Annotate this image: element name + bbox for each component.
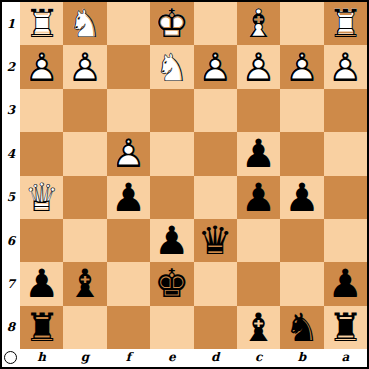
file-label-f: f [107, 349, 150, 365]
square-g5[interactable] [63, 176, 106, 219]
square-f6[interactable] [107, 219, 150, 262]
square-a3[interactable] [324, 89, 367, 132]
square-f3[interactable] [107, 89, 150, 132]
square-h5[interactable]: ♛♕ [20, 176, 63, 219]
square-d3[interactable] [194, 89, 237, 132]
square-b1[interactable] [280, 2, 323, 45]
square-a8[interactable]: ♜ [324, 306, 367, 349]
rank-label-7: 7 [2, 262, 20, 305]
square-e5[interactable] [150, 176, 193, 219]
file-label-e: e [150, 349, 193, 365]
file-labels: hgfedcba [20, 349, 367, 365]
black-pawn: ♟ [237, 176, 280, 219]
square-h1[interactable]: ♜♖ [20, 2, 63, 45]
square-c5[interactable]: ♟ [237, 176, 280, 219]
white-queen-fill: ♛ [20, 176, 63, 219]
chess-board: ♜♖♞♘♚♔♝♗♜♖♟♙♟♙♞♘♟♙♟♙♟♙♟♙♟♙♟♛♕♟♟♟♟♛♟♝♚♟♜♝… [20, 2, 367, 349]
square-c7[interactable] [237, 262, 280, 305]
square-g6[interactable] [63, 219, 106, 262]
white-knight: ♘ [63, 2, 106, 45]
square-c4[interactable]: ♟ [237, 132, 280, 175]
square-d5[interactable] [194, 176, 237, 219]
white-to-move-indicator [4, 351, 17, 364]
black-pawn: ♟ [20, 262, 63, 305]
square-g4[interactable] [63, 132, 106, 175]
white-knight: ♘ [150, 45, 193, 88]
white-queen: ♕ [20, 176, 63, 219]
white-pawn-fill: ♟ [280, 45, 323, 88]
file-label-d: d [194, 349, 237, 365]
white-pawn: ♙ [194, 45, 237, 88]
white-king: ♔ [150, 2, 193, 45]
file-label-h: h [20, 349, 63, 365]
square-e6[interactable]: ♟ [150, 219, 193, 262]
black-rook: ♜ [324, 306, 367, 349]
square-g8[interactable] [63, 306, 106, 349]
square-e1[interactable]: ♚♔ [150, 2, 193, 45]
square-h7[interactable]: ♟ [20, 262, 63, 305]
square-f5[interactable]: ♟ [107, 176, 150, 219]
white-king-fill: ♚ [150, 2, 193, 45]
black-knight: ♞ [280, 306, 323, 349]
white-bishop-fill: ♝ [237, 2, 280, 45]
square-d1[interactable] [194, 2, 237, 45]
square-h3[interactable] [20, 89, 63, 132]
white-pawn-fill: ♟ [194, 45, 237, 88]
square-c3[interactable] [237, 89, 280, 132]
square-d8[interactable] [194, 306, 237, 349]
square-d6[interactable]: ♛ [194, 219, 237, 262]
square-h8[interactable]: ♜ [20, 306, 63, 349]
square-f7[interactable] [107, 262, 150, 305]
square-d7[interactable] [194, 262, 237, 305]
file-label-b: b [280, 349, 323, 365]
black-pawn: ♟ [280, 176, 323, 219]
white-pawn-fill: ♟ [63, 45, 106, 88]
black-pawn: ♟ [107, 176, 150, 219]
rank-label-3: 3 [2, 89, 20, 132]
rank-label-4: 4 [2, 132, 20, 175]
square-g2[interactable]: ♟♙ [63, 45, 106, 88]
square-e8[interactable] [150, 306, 193, 349]
square-d2[interactable]: ♟♙ [194, 45, 237, 88]
white-pawn: ♙ [324, 45, 367, 88]
white-pawn-fill: ♟ [324, 45, 367, 88]
square-h2[interactable]: ♟♙ [20, 45, 63, 88]
square-h6[interactable] [20, 219, 63, 262]
square-a4[interactable] [324, 132, 367, 175]
square-a5[interactable] [324, 176, 367, 219]
square-b7[interactable] [280, 262, 323, 305]
chess-diagram: 12345678 ♜♖♞♘♚♔♝♗♜♖♟♙♟♙♞♘♟♙♟♙♟♙♟♙♟♙♟♛♕♟♟… [0, 0, 369, 369]
white-pawn-fill: ♟ [20, 45, 63, 88]
square-g7[interactable]: ♝ [63, 262, 106, 305]
square-e2[interactable]: ♞♘ [150, 45, 193, 88]
square-f1[interactable] [107, 2, 150, 45]
black-king: ♚ [150, 262, 193, 305]
white-rook: ♖ [324, 2, 367, 45]
square-d4[interactable] [194, 132, 237, 175]
rank-label-1: 1 [2, 2, 20, 45]
square-e3[interactable] [150, 89, 193, 132]
black-queen: ♛ [194, 219, 237, 262]
white-knight-fill: ♞ [150, 45, 193, 88]
square-a1[interactable]: ♜♖ [324, 2, 367, 45]
rank-label-6: 6 [2, 219, 20, 262]
square-c1[interactable]: ♝♗ [237, 2, 280, 45]
white-pawn-fill: ♟ [107, 132, 150, 175]
square-b8[interactable]: ♞ [280, 306, 323, 349]
black-pawn: ♟ [324, 262, 367, 305]
white-pawn-fill: ♟ [237, 45, 280, 88]
square-c6[interactable] [237, 219, 280, 262]
rank-label-5: 5 [2, 176, 20, 219]
black-pawn: ♟ [150, 219, 193, 262]
square-f2[interactable] [107, 45, 150, 88]
black-rook: ♜ [20, 306, 63, 349]
white-bishop: ♗ [237, 2, 280, 45]
square-f8[interactable] [107, 306, 150, 349]
black-bishop: ♝ [63, 262, 106, 305]
rank-label-8: 8 [2, 306, 20, 349]
square-c2[interactable]: ♟♙ [237, 45, 280, 88]
square-b2[interactable]: ♟♙ [280, 45, 323, 88]
square-h4[interactable] [20, 132, 63, 175]
file-label-c: c [237, 349, 280, 365]
square-g1[interactable]: ♞♘ [63, 2, 106, 45]
white-pawn: ♙ [20, 45, 63, 88]
black-pawn: ♟ [237, 132, 280, 175]
square-c8[interactable]: ♝ [237, 306, 280, 349]
white-pawn: ♙ [280, 45, 323, 88]
white-pawn: ♙ [237, 45, 280, 88]
square-b4[interactable] [280, 132, 323, 175]
white-rook-fill: ♜ [324, 2, 367, 45]
white-rook-fill: ♜ [20, 2, 63, 45]
white-pawn: ♙ [63, 45, 106, 88]
rank-label-2: 2 [2, 45, 20, 88]
square-a7[interactable]: ♟ [324, 262, 367, 305]
white-knight-fill: ♞ [63, 2, 106, 45]
white-pawn: ♙ [107, 132, 150, 175]
square-a2[interactable]: ♟♙ [324, 45, 367, 88]
square-b5[interactable]: ♟ [280, 176, 323, 219]
black-bishop: ♝ [237, 306, 280, 349]
square-a6[interactable] [324, 219, 367, 262]
rank-labels: 12345678 [2, 2, 20, 349]
square-b6[interactable] [280, 219, 323, 262]
white-rook: ♖ [20, 2, 63, 45]
file-label-a: a [324, 349, 367, 365]
square-g3[interactable] [63, 89, 106, 132]
file-label-g: g [63, 349, 106, 365]
square-e7[interactable]: ♚ [150, 262, 193, 305]
square-e4[interactable] [150, 132, 193, 175]
square-f4[interactable]: ♟♙ [107, 132, 150, 175]
square-b3[interactable] [280, 89, 323, 132]
